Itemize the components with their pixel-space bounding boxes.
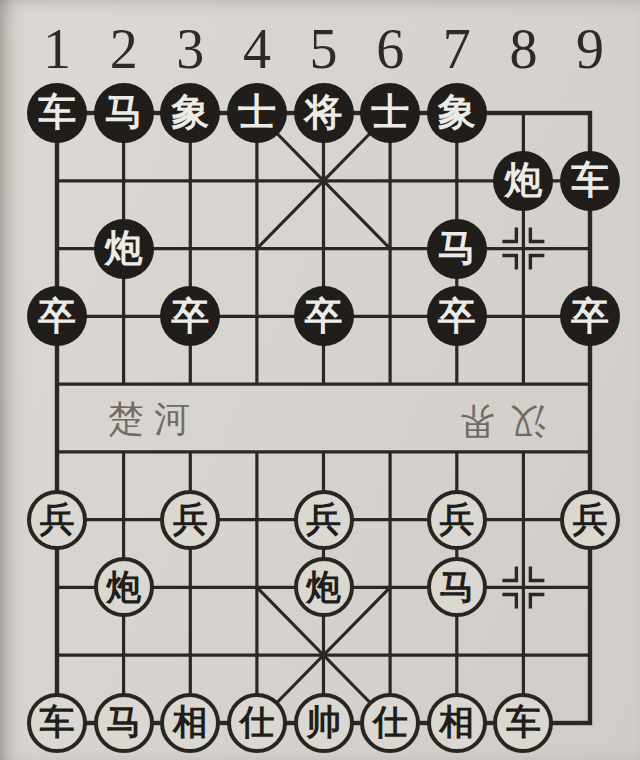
piece-red-soldier[interactable]: 兵: [560, 490, 620, 550]
piece-black-elephant[interactable]: 象: [160, 83, 220, 143]
board: 车马象士将士象炮车炮马卒卒卒卒卒兵兵兵兵兵炮炮马车马相仕帅仕相车: [24, 79, 624, 757]
piece-red-chariot[interactable]: 车: [493, 693, 553, 753]
piece-red-cannon[interactable]: 炮: [294, 557, 354, 617]
piece-black-chariot[interactable]: 车: [27, 83, 87, 143]
piece-black-soldier[interactable]: 卒: [27, 286, 87, 346]
piece-red-soldier[interactable]: 兵: [27, 490, 87, 550]
piece-black-cannon[interactable]: 炮: [94, 219, 154, 279]
piece-red-horse[interactable]: 马: [427, 557, 487, 617]
piece-black-horse[interactable]: 马: [427, 219, 487, 279]
piece-black-soldier[interactable]: 卒: [560, 286, 620, 346]
xiangqi-board-diagram: 1 2 3 4 5 6 7 8 9: [0, 0, 640, 760]
piece-black-soldier[interactable]: 卒: [427, 286, 487, 346]
piece-red-elephant[interactable]: 相: [160, 693, 220, 753]
piece-black-elephant[interactable]: 象: [427, 83, 487, 143]
piece-black-chariot[interactable]: 车: [560, 151, 620, 211]
piece-black-soldier[interactable]: 卒: [294, 286, 354, 346]
piece-black-cannon[interactable]: 炮: [493, 151, 553, 211]
piece-red-chariot[interactable]: 车: [27, 693, 87, 753]
piece-red-soldier[interactable]: 兵: [294, 490, 354, 550]
piece-red-general[interactable]: 帅: [294, 693, 354, 753]
piece-black-horse[interactable]: 马: [94, 83, 154, 143]
piece-red-elephant[interactable]: 相: [427, 693, 487, 753]
piece-black-general[interactable]: 将: [294, 83, 354, 143]
piece-black-soldier[interactable]: 卒: [160, 286, 220, 346]
piece-red-soldier[interactable]: 兵: [427, 490, 487, 550]
piece-red-cannon[interactable]: 炮: [94, 557, 154, 617]
piece-red-advisor[interactable]: 仕: [227, 693, 287, 753]
piece-red-soldier[interactable]: 兵: [160, 490, 220, 550]
piece-red-advisor[interactable]: 仕: [360, 693, 420, 753]
piece-red-horse[interactable]: 马: [94, 693, 154, 753]
piece-black-advisor[interactable]: 士: [227, 83, 287, 143]
piece-black-advisor[interactable]: 士: [360, 83, 420, 143]
